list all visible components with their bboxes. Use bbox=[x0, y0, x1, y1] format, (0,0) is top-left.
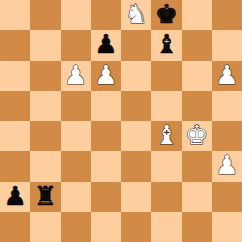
white-pawn: ♟ bbox=[215, 152, 238, 178]
square-f1[interactable] bbox=[151, 212, 181, 242]
black-pawn: ♟ bbox=[94, 31, 117, 57]
square-b8[interactable] bbox=[30, 0, 60, 30]
square-g2[interactable] bbox=[182, 182, 212, 212]
square-g7[interactable] bbox=[182, 30, 212, 60]
square-a8[interactable] bbox=[0, 0, 30, 30]
square-f6[interactable] bbox=[151, 61, 181, 91]
black-rook: ♜ bbox=[34, 183, 57, 209]
square-d2[interactable] bbox=[91, 182, 121, 212]
square-b2[interactable]: ♜ bbox=[30, 182, 60, 212]
square-c8[interactable] bbox=[61, 0, 91, 30]
square-d1[interactable] bbox=[91, 212, 121, 242]
square-a2[interactable]: ♟ bbox=[0, 182, 30, 212]
square-h6[interactable]: ♟ bbox=[212, 61, 242, 91]
square-a6[interactable] bbox=[0, 61, 30, 91]
square-c7[interactable] bbox=[61, 30, 91, 60]
square-a4[interactable] bbox=[0, 121, 30, 151]
square-f4[interactable]: ♝ bbox=[151, 121, 181, 151]
square-d8[interactable] bbox=[91, 0, 121, 30]
white-pawn: ♟ bbox=[64, 62, 87, 88]
square-f3[interactable] bbox=[151, 151, 181, 181]
square-h2[interactable] bbox=[212, 182, 242, 212]
square-e8[interactable]: ♞ bbox=[121, 0, 151, 30]
white-pawn: ♟ bbox=[215, 62, 238, 88]
square-d4[interactable] bbox=[91, 121, 121, 151]
square-e7[interactable] bbox=[121, 30, 151, 60]
white-king: ♚ bbox=[185, 122, 208, 148]
square-e1[interactable] bbox=[121, 212, 151, 242]
black-pawn: ♟ bbox=[3, 183, 26, 209]
square-g5[interactable] bbox=[182, 91, 212, 121]
chess-board: ♞♚♟♝♟♟♟♝♚♟♟♜ bbox=[0, 0, 242, 242]
square-f7[interactable]: ♝ bbox=[151, 30, 181, 60]
square-g4[interactable]: ♚ bbox=[182, 121, 212, 151]
square-a7[interactable] bbox=[0, 30, 30, 60]
square-c4[interactable] bbox=[61, 121, 91, 151]
square-b6[interactable] bbox=[30, 61, 60, 91]
square-d7[interactable]: ♟ bbox=[91, 30, 121, 60]
square-h5[interactable] bbox=[212, 91, 242, 121]
square-f8[interactable]: ♚ bbox=[151, 0, 181, 30]
square-g3[interactable] bbox=[182, 151, 212, 181]
square-a5[interactable] bbox=[0, 91, 30, 121]
square-e2[interactable] bbox=[121, 182, 151, 212]
white-bishop: ♝ bbox=[155, 122, 178, 148]
square-c2[interactable] bbox=[61, 182, 91, 212]
square-a3[interactable] bbox=[0, 151, 30, 181]
square-h7[interactable] bbox=[212, 30, 242, 60]
square-c1[interactable] bbox=[61, 212, 91, 242]
square-b3[interactable] bbox=[30, 151, 60, 181]
chess-board-container: ♞♚♟♝♟♟♟♝♚♟♟♜ bbox=[0, 0, 242, 242]
square-b1[interactable] bbox=[30, 212, 60, 242]
square-f5[interactable] bbox=[151, 91, 181, 121]
square-h1[interactable] bbox=[212, 212, 242, 242]
square-g1[interactable] bbox=[182, 212, 212, 242]
square-b7[interactable] bbox=[30, 30, 60, 60]
square-h8[interactable] bbox=[212, 0, 242, 30]
square-g6[interactable] bbox=[182, 61, 212, 91]
square-e4[interactable] bbox=[121, 121, 151, 151]
square-d3[interactable] bbox=[91, 151, 121, 181]
square-h3[interactable]: ♟ bbox=[212, 151, 242, 181]
square-g8[interactable] bbox=[182, 0, 212, 30]
square-e6[interactable] bbox=[121, 61, 151, 91]
black-king: ♚ bbox=[155, 1, 178, 27]
square-d6[interactable]: ♟ bbox=[91, 61, 121, 91]
square-d5[interactable] bbox=[91, 91, 121, 121]
square-a1[interactable] bbox=[0, 212, 30, 242]
square-c3[interactable] bbox=[61, 151, 91, 181]
square-f2[interactable] bbox=[151, 182, 181, 212]
square-c6[interactable]: ♟ bbox=[61, 61, 91, 91]
square-b4[interactable] bbox=[30, 121, 60, 151]
square-e5[interactable] bbox=[121, 91, 151, 121]
square-c5[interactable] bbox=[61, 91, 91, 121]
square-b5[interactable] bbox=[30, 91, 60, 121]
square-e3[interactable] bbox=[121, 151, 151, 181]
white-pawn: ♟ bbox=[94, 62, 117, 88]
square-h4[interactable] bbox=[212, 121, 242, 151]
black-bishop: ♝ bbox=[155, 31, 178, 57]
white-knight: ♞ bbox=[124, 1, 147, 27]
